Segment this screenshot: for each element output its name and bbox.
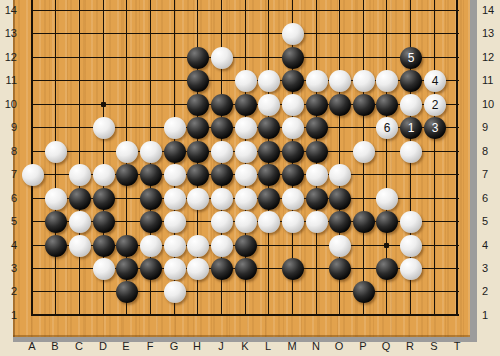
row-label-left: 1 <box>0 310 17 321</box>
stone-white-R3[interactable] <box>400 258 422 280</box>
column-label: F <box>140 341 160 352</box>
row-label-left: 11 <box>0 75 17 86</box>
stone-white-S11[interactable]: 4 <box>424 70 446 92</box>
row-label-left: 7 <box>0 169 17 180</box>
stone-black-F6[interactable] <box>140 188 162 210</box>
star-point <box>384 243 389 248</box>
stone-white-M13[interactable] <box>282 23 304 45</box>
stone-white-M6[interactable] <box>282 188 304 210</box>
stone-white-M10[interactable] <box>282 94 304 116</box>
row-label-right: 10 <box>482 99 494 110</box>
stone-black-J9[interactable] <box>211 117 233 139</box>
row-label-left: 2 <box>0 286 17 297</box>
stone-white-Q6[interactable] <box>376 188 398 210</box>
stone-black-O5[interactable] <box>329 211 351 233</box>
column-label: E <box>116 341 136 352</box>
stone-black-Q3[interactable] <box>376 258 398 280</box>
row-label-left: 4 <box>0 240 17 251</box>
column-label: K <box>235 341 255 352</box>
column-label: Q <box>376 341 396 352</box>
stone-white-D9[interactable] <box>93 117 115 139</box>
row-label-right: 1 <box>482 310 488 321</box>
stone-white-B8[interactable] <box>45 141 67 163</box>
stone-black-B5[interactable] <box>45 211 67 233</box>
stone-black-E7[interactable] <box>116 164 138 186</box>
stone-black-S9[interactable]: 3 <box>424 117 446 139</box>
stone-black-H11[interactable] <box>187 70 209 92</box>
column-label: C <box>69 341 89 352</box>
stone-white-N11[interactable] <box>306 70 328 92</box>
column-label: O <box>329 341 349 352</box>
stone-black-J10[interactable] <box>211 94 233 116</box>
stone-white-J5[interactable] <box>211 211 233 233</box>
stone-black-D4[interactable] <box>93 235 115 257</box>
stone-black-H9[interactable] <box>187 117 209 139</box>
stone-black-L8[interactable] <box>258 141 280 163</box>
column-label: S <box>424 341 444 352</box>
stone-white-H3[interactable] <box>187 258 209 280</box>
stone-white-K7[interactable] <box>235 164 257 186</box>
stone-white-L11[interactable] <box>258 70 280 92</box>
row-label-right: 12 <box>482 52 494 63</box>
stone-black-G8[interactable] <box>164 141 186 163</box>
stone-black-M3[interactable] <box>282 258 304 280</box>
stone-black-M7[interactable] <box>282 164 304 186</box>
stone-black-Q10[interactable] <box>376 94 398 116</box>
stone-black-M11[interactable] <box>282 70 304 92</box>
stone-white-H4[interactable] <box>187 235 209 257</box>
stone-black-H7[interactable] <box>187 164 209 186</box>
stone-black-F3[interactable] <box>140 258 162 280</box>
stone-white-G4[interactable] <box>164 235 186 257</box>
stone-white-N5[interactable] <box>306 211 328 233</box>
column-label: H <box>187 341 207 352</box>
row-label-left: 12 <box>0 52 17 63</box>
stone-white-M5[interactable] <box>282 211 304 233</box>
move-number: 5 <box>408 52 415 64</box>
stone-black-E3[interactable] <box>116 258 138 280</box>
stone-black-D6[interactable] <box>93 188 115 210</box>
row-label-right: 4 <box>482 240 488 251</box>
stone-white-S10[interactable]: 2 <box>424 94 446 116</box>
stone-white-F8[interactable] <box>140 141 162 163</box>
row-label-left: 10 <box>0 99 17 110</box>
row-label-left: 14 <box>0 5 17 16</box>
row-label-right: 6 <box>482 193 488 204</box>
column-label: M <box>282 341 302 352</box>
stone-white-G9[interactable] <box>164 117 186 139</box>
row-label-left: 9 <box>0 122 17 133</box>
move-number: 4 <box>432 75 439 87</box>
stone-white-M9[interactable] <box>282 117 304 139</box>
star-point <box>101 102 106 107</box>
stone-black-O6[interactable] <box>329 188 351 210</box>
stone-black-R11[interactable] <box>400 70 422 92</box>
row-label-right: 14 <box>482 5 494 16</box>
stone-white-C4[interactable] <box>69 235 91 257</box>
stone-white-K11[interactable] <box>235 70 257 92</box>
stone-white-H6[interactable] <box>187 188 209 210</box>
stone-white-N7[interactable] <box>306 164 328 186</box>
stone-white-D7[interactable] <box>93 164 115 186</box>
stone-black-M8[interactable] <box>282 141 304 163</box>
stone-white-F4[interactable] <box>140 235 162 257</box>
stone-white-O11[interactable] <box>329 70 351 92</box>
stone-white-D3[interactable] <box>93 258 115 280</box>
row-label-right: 8 <box>482 146 488 157</box>
stone-black-P2[interactable] <box>353 281 375 303</box>
move-number: 3 <box>432 122 439 134</box>
stone-black-N9[interactable] <box>306 117 328 139</box>
row-label-right: 2 <box>482 286 488 297</box>
board-grid-line <box>456 0 458 316</box>
stone-white-G7[interactable] <box>164 164 186 186</box>
column-label: N <box>306 341 326 352</box>
column-label: A <box>22 341 42 352</box>
row-label-left: 13 <box>0 28 17 39</box>
board-grid-line <box>31 0 33 316</box>
stone-white-R10[interactable] <box>400 94 422 116</box>
stone-black-P5[interactable] <box>353 211 375 233</box>
stone-black-E4[interactable] <box>116 235 138 257</box>
stone-black-J7[interactable] <box>211 164 233 186</box>
stone-black-R9[interactable]: 1 <box>400 117 422 139</box>
stone-black-O3[interactable] <box>329 258 351 280</box>
stone-black-N8[interactable] <box>306 141 328 163</box>
stone-white-K5[interactable] <box>235 211 257 233</box>
row-label-right: 11 <box>482 75 493 86</box>
stone-black-D5[interactable] <box>93 211 115 233</box>
stone-black-M12[interactable] <box>282 47 304 69</box>
stone-white-C5[interactable] <box>69 211 91 233</box>
row-label-right: 9 <box>482 122 488 133</box>
stone-white-P8[interactable] <box>353 141 375 163</box>
stone-white-K8[interactable] <box>235 141 257 163</box>
stone-black-J3[interactable] <box>211 258 233 280</box>
stone-white-Q9[interactable]: 6 <box>376 117 398 139</box>
stone-white-G6[interactable] <box>164 188 186 210</box>
stone-black-K4[interactable] <box>235 235 257 257</box>
board-grid-line <box>434 0 435 316</box>
row-label-right: 5 <box>482 216 488 227</box>
stone-black-Q5[interactable] <box>376 211 398 233</box>
column-label: J <box>211 341 231 352</box>
row-label-right: 13 <box>482 28 494 39</box>
row-label-left: 5 <box>0 216 17 227</box>
board-grid-line <box>79 0 80 316</box>
stone-black-K10[interactable] <box>235 94 257 116</box>
row-label-right: 7 <box>482 169 488 180</box>
stone-black-K3[interactable] <box>235 258 257 280</box>
stone-white-Q11[interactable] <box>376 70 398 92</box>
stone-black-L9[interactable] <box>258 117 280 139</box>
stone-white-C7[interactable] <box>69 164 91 186</box>
move-number: 2 <box>432 99 439 111</box>
stone-white-P11[interactable] <box>353 70 375 92</box>
stone-black-H10[interactable] <box>187 94 209 116</box>
stone-black-H12[interactable] <box>187 47 209 69</box>
stone-black-L6[interactable] <box>258 188 280 210</box>
stone-white-G5[interactable] <box>164 211 186 233</box>
column-label: B <box>45 341 65 352</box>
stone-black-P10[interactable] <box>353 94 375 116</box>
stone-white-L10[interactable] <box>258 94 280 116</box>
go-board-screenshot: 11223344556677889910101111121213131414AB… <box>0 0 500 356</box>
stone-white-G3[interactable] <box>164 258 186 280</box>
stone-white-R5[interactable] <box>400 211 422 233</box>
stone-black-F7[interactable] <box>140 164 162 186</box>
column-label: R <box>400 341 420 352</box>
column-label: L <box>258 341 278 352</box>
stone-white-J4[interactable] <box>211 235 233 257</box>
stone-white-J6[interactable] <box>211 188 233 210</box>
stone-black-R12[interactable]: 5 <box>400 47 422 69</box>
stone-black-L7[interactable] <box>258 164 280 186</box>
stone-white-R8[interactable] <box>400 141 422 163</box>
stone-black-N6[interactable] <box>306 188 328 210</box>
column-label: D <box>93 341 113 352</box>
stone-white-A7[interactable] <box>22 164 44 186</box>
move-number: 1 <box>408 122 415 134</box>
stone-white-B6[interactable] <box>45 188 67 210</box>
board-edge-shadow-right <box>470 0 477 342</box>
stone-white-G2[interactable] <box>164 281 186 303</box>
stone-black-O10[interactable] <box>329 94 351 116</box>
column-label: G <box>164 341 184 352</box>
stone-black-B4[interactable] <box>45 235 67 257</box>
stone-white-O7[interactable] <box>329 164 351 186</box>
stone-white-J12[interactable] <box>211 47 233 69</box>
row-label-right: 3 <box>482 263 488 274</box>
column-label: P <box>353 341 373 352</box>
stone-black-C6[interactable] <box>69 188 91 210</box>
stone-black-F5[interactable] <box>140 211 162 233</box>
move-number: 6 <box>384 122 391 134</box>
stone-white-E8[interactable] <box>116 141 138 163</box>
column-label: T <box>447 341 467 352</box>
stone-white-J8[interactable] <box>211 141 233 163</box>
stone-white-L5[interactable] <box>258 211 280 233</box>
stone-white-R4[interactable] <box>400 235 422 257</box>
row-label-left: 6 <box>0 193 17 204</box>
row-label-left: 3 <box>0 263 17 274</box>
row-label-left: 8 <box>0 146 17 157</box>
stone-white-K6[interactable] <box>235 188 257 210</box>
stone-white-O4[interactable] <box>329 235 351 257</box>
stone-black-H8[interactable] <box>187 141 209 163</box>
stone-black-E2[interactable] <box>116 281 138 303</box>
stone-black-N10[interactable] <box>306 94 328 116</box>
stone-white-K9[interactable] <box>235 117 257 139</box>
